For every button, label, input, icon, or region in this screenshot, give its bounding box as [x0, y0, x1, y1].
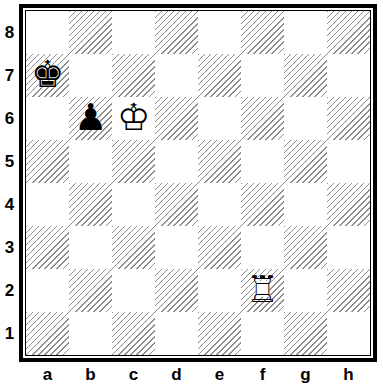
rank-label-2: 2 [0, 269, 19, 312]
square-f8[interactable] [241, 11, 284, 54]
square-a7[interactable]: ♚ [26, 54, 69, 97]
square-g8[interactable] [284, 11, 327, 54]
file-labels: abcdefgh [26, 365, 377, 384]
square-f7[interactable] [241, 54, 284, 97]
square-b6[interactable]: ♟ [69, 97, 112, 140]
square-b5[interactable] [69, 140, 112, 183]
file-label-b: b [69, 365, 112, 384]
square-e4[interactable] [198, 183, 241, 226]
square-d2[interactable] [155, 269, 198, 312]
rank-label-6: 6 [0, 97, 19, 140]
square-g6[interactable] [284, 97, 327, 140]
square-f2[interactable]: ♜♖ [241, 269, 284, 312]
square-g1[interactable] [284, 312, 327, 355]
square-h1[interactable] [327, 312, 370, 355]
square-g7[interactable] [284, 54, 327, 97]
square-b2[interactable] [69, 269, 112, 312]
square-e6[interactable] [198, 97, 241, 140]
square-h4[interactable] [327, 183, 370, 226]
rank-label-8: 8 [0, 11, 19, 54]
square-g3[interactable] [284, 226, 327, 269]
square-f6[interactable] [241, 97, 284, 140]
square-a5[interactable] [26, 140, 69, 183]
file-label-g: g [284, 365, 327, 384]
square-b1[interactable] [69, 312, 112, 355]
white-rook-outline: ♖ [241, 269, 284, 312]
square-a3[interactable] [26, 226, 69, 269]
white-king-outline: ♔ [112, 97, 155, 140]
square-c2[interactable] [112, 269, 155, 312]
square-e3[interactable] [198, 226, 241, 269]
white-rook-piece[interactable]: ♜♖ [241, 269, 284, 312]
square-e8[interactable] [198, 11, 241, 54]
square-g4[interactable] [284, 183, 327, 226]
square-a8[interactable] [26, 11, 69, 54]
square-h7[interactable] [327, 54, 370, 97]
square-e7[interactable] [198, 54, 241, 97]
square-a2[interactable] [26, 269, 69, 312]
square-c1[interactable] [112, 312, 155, 355]
square-c8[interactable] [112, 11, 155, 54]
square-b8[interactable] [69, 11, 112, 54]
file-label-h: h [327, 365, 370, 384]
square-b3[interactable] [69, 226, 112, 269]
square-d3[interactable] [155, 226, 198, 269]
square-h6[interactable] [327, 97, 370, 140]
square-b4[interactable] [69, 183, 112, 226]
square-c7[interactable] [112, 54, 155, 97]
board-frame: ♚♟♚♔♜♖ [19, 4, 377, 362]
square-d7[interactable] [155, 54, 198, 97]
file-label-a: a [26, 365, 69, 384]
square-d5[interactable] [155, 140, 198, 183]
file-label-f: f [241, 365, 284, 384]
square-d1[interactable] [155, 312, 198, 355]
rank-label-1: 1 [0, 312, 19, 355]
square-a6[interactable] [26, 97, 69, 140]
square-h2[interactable] [327, 269, 370, 312]
file-label-c: c [112, 365, 155, 384]
square-f5[interactable] [241, 140, 284, 183]
black-pawn-piece[interactable]: ♟ [69, 97, 112, 140]
square-h3[interactable] [327, 226, 370, 269]
rank-label-3: 3 [0, 226, 19, 269]
black-king-piece[interactable]: ♚ [26, 54, 69, 97]
square-c5[interactable] [112, 140, 155, 183]
white-king-piece[interactable]: ♚♔ [112, 97, 155, 140]
square-h8[interactable] [327, 11, 370, 54]
square-b7[interactable] [69, 54, 112, 97]
square-c6[interactable]: ♚♔ [112, 97, 155, 140]
rank-labels: 87654321 [0, 4, 19, 362]
board-grid: ♚♟♚♔♜♖ [26, 11, 370, 355]
file-label-d: d [155, 365, 198, 384]
square-d8[interactable] [155, 11, 198, 54]
square-e5[interactable] [198, 140, 241, 183]
square-e2[interactable] [198, 269, 241, 312]
file-label-e: e [198, 365, 241, 384]
square-c3[interactable] [112, 226, 155, 269]
square-g2[interactable] [284, 269, 327, 312]
square-a4[interactable] [26, 183, 69, 226]
board-inner-frame: ♚♟♚♔♜♖ [25, 10, 371, 356]
square-d6[interactable] [155, 97, 198, 140]
square-e1[interactable] [198, 312, 241, 355]
square-d4[interactable] [155, 183, 198, 226]
square-a1[interactable] [26, 312, 69, 355]
rank-label-7: 7 [0, 54, 19, 97]
rank-label-5: 5 [0, 140, 19, 183]
square-h5[interactable] [327, 140, 370, 183]
square-f1[interactable] [241, 312, 284, 355]
rank-label-4: 4 [0, 183, 19, 226]
square-f4[interactable] [241, 183, 284, 226]
square-f3[interactable] [241, 226, 284, 269]
chess-diagram: 87654321 ♚♟♚♔♜♖ abcdefgh [0, 0, 383, 384]
board-with-coordinates: 87654321 ♚♟♚♔♜♖ abcdefgh [0, 0, 377, 384]
square-c4[interactable] [112, 183, 155, 226]
square-g5[interactable] [284, 140, 327, 183]
